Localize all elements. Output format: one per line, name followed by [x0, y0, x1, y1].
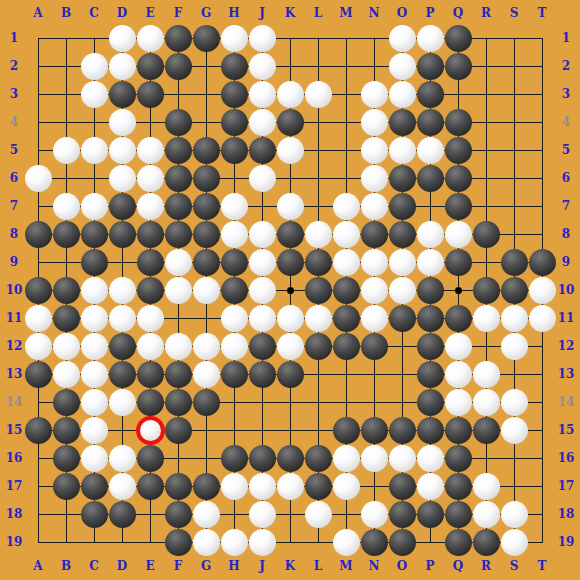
stone-black	[137, 221, 164, 248]
stone-white	[53, 137, 80, 164]
stone-white	[361, 165, 388, 192]
stone-black	[389, 165, 416, 192]
stone-black	[445, 25, 472, 52]
star-point	[287, 287, 294, 294]
stone-white	[305, 221, 332, 248]
stone-black	[165, 417, 192, 444]
stone-black	[249, 445, 276, 472]
stone-black	[417, 109, 444, 136]
stone-black	[389, 193, 416, 220]
stone-white	[445, 389, 472, 416]
stone-black	[53, 389, 80, 416]
stone-black	[221, 137, 248, 164]
row-label-right: 2	[555, 59, 577, 73]
stone-black	[445, 501, 472, 528]
stone-white	[389, 53, 416, 80]
stone-black	[221, 53, 248, 80]
stone-black	[137, 473, 164, 500]
col-label-top: J	[251, 6, 273, 20]
stone-white	[193, 333, 220, 360]
stone-white	[501, 389, 528, 416]
stone-black	[137, 277, 164, 304]
stone-white	[445, 361, 472, 388]
stone-white	[221, 333, 248, 360]
stone-white	[417, 473, 444, 500]
stone-white	[305, 81, 332, 108]
stone-white	[361, 249, 388, 276]
stone-black	[305, 277, 332, 304]
row-label-right: 18	[555, 507, 577, 521]
stone-black	[137, 389, 164, 416]
row-label-left: 5	[3, 143, 25, 157]
stone-white	[109, 53, 136, 80]
stone-black	[445, 193, 472, 220]
stone-white	[249, 501, 276, 528]
stone-black	[333, 417, 360, 444]
stone-black	[417, 277, 444, 304]
stone-black	[445, 417, 472, 444]
stone-white	[109, 109, 136, 136]
stone-white	[109, 445, 136, 472]
stone-black	[137, 445, 164, 472]
stone-white	[81, 361, 108, 388]
stone-white	[305, 501, 332, 528]
stone-black	[165, 109, 192, 136]
row-label-left: 9	[3, 255, 25, 269]
stone-white	[25, 305, 52, 332]
stone-white	[221, 305, 248, 332]
stone-black	[473, 417, 500, 444]
stone-white	[361, 305, 388, 332]
stone-black	[165, 221, 192, 248]
stone-black	[305, 249, 332, 276]
stone-white	[109, 389, 136, 416]
stone-white	[81, 417, 108, 444]
stone-white	[417, 221, 444, 248]
col-label-bottom: C	[83, 559, 105, 573]
stone-black	[165, 53, 192, 80]
stone-white	[333, 529, 360, 556]
stone-white	[81, 137, 108, 164]
stone-white	[389, 137, 416, 164]
stone-white	[109, 137, 136, 164]
stone-white	[277, 137, 304, 164]
stone-white	[333, 445, 360, 472]
stone-black	[445, 529, 472, 556]
stone-white	[333, 249, 360, 276]
stone-black	[277, 445, 304, 472]
row-label-right: 4	[555, 115, 577, 129]
stone-white	[501, 333, 528, 360]
stone-black	[193, 25, 220, 52]
col-label-bottom: N	[363, 559, 385, 573]
stone-white	[361, 501, 388, 528]
col-label-bottom: G	[195, 559, 217, 573]
row-label-right: 9	[555, 255, 577, 269]
stone-white	[53, 193, 80, 220]
row-label-left: 13	[3, 367, 25, 381]
stone-white	[137, 333, 164, 360]
stone-white	[361, 109, 388, 136]
stone-black	[333, 305, 360, 332]
col-label-bottom: S	[503, 559, 525, 573]
stone-black	[137, 81, 164, 108]
row-label-left: 1	[3, 31, 25, 45]
stone-black	[361, 417, 388, 444]
stone-white	[137, 137, 164, 164]
stone-black	[81, 221, 108, 248]
stone-black	[109, 193, 136, 220]
stone-white	[221, 473, 248, 500]
row-label-left: 7	[3, 199, 25, 213]
go-board[interactable]: AABBCCDDEEFFGGHHJJKKLLMMNNOOPPQQRRSSTT11…	[0, 0, 580, 580]
stone-black	[417, 305, 444, 332]
stone-black	[249, 361, 276, 388]
stone-white	[53, 333, 80, 360]
stone-black	[305, 333, 332, 360]
stone-white	[221, 25, 248, 52]
col-label-top: N	[363, 6, 385, 20]
stone-white	[221, 193, 248, 220]
stone-white	[193, 501, 220, 528]
row-label-right: 13	[555, 367, 577, 381]
stone-black	[137, 53, 164, 80]
stone-black	[417, 333, 444, 360]
stone-white	[81, 81, 108, 108]
stone-black	[249, 137, 276, 164]
stone-white	[473, 305, 500, 332]
stone-black	[165, 501, 192, 528]
col-label-top: Q	[447, 6, 469, 20]
stone-white	[249, 305, 276, 332]
stone-black	[221, 445, 248, 472]
row-label-left: 3	[3, 87, 25, 101]
row-label-left: 17	[3, 479, 25, 493]
col-label-top: O	[391, 6, 413, 20]
stone-white	[361, 277, 388, 304]
row-label-right: 14	[555, 395, 577, 409]
stone-black	[445, 109, 472, 136]
row-label-left: 4	[3, 115, 25, 129]
row-label-left: 11	[3, 311, 25, 325]
stone-white	[249, 109, 276, 136]
stone-black	[109, 361, 136, 388]
col-label-bottom: Q	[447, 559, 469, 573]
stone-black	[137, 361, 164, 388]
stone-white	[529, 277, 556, 304]
col-label-top: K	[279, 6, 301, 20]
col-label-bottom: O	[391, 559, 413, 573]
row-label-right: 5	[555, 143, 577, 157]
stone-white	[109, 277, 136, 304]
stone-black	[277, 249, 304, 276]
stone-black	[193, 165, 220, 192]
col-label-top: C	[83, 6, 105, 20]
stone-black	[193, 389, 220, 416]
stone-white	[249, 221, 276, 248]
stone-white	[81, 305, 108, 332]
stone-black	[333, 333, 360, 360]
stone-black	[53, 277, 80, 304]
col-label-top: B	[55, 6, 77, 20]
stone-white	[473, 473, 500, 500]
stone-white	[445, 221, 472, 248]
col-label-top: A	[27, 6, 49, 20]
stone-white	[193, 529, 220, 556]
stone-black	[389, 417, 416, 444]
stone-black	[473, 277, 500, 304]
stone-black	[417, 165, 444, 192]
stone-white	[501, 501, 528, 528]
stone-white	[221, 529, 248, 556]
stone-white	[165, 333, 192, 360]
stone-white	[333, 221, 360, 248]
stone-black	[445, 53, 472, 80]
stone-black	[277, 361, 304, 388]
stone-black	[221, 249, 248, 276]
stone-black	[389, 529, 416, 556]
col-label-bottom: D	[111, 559, 133, 573]
stone-white	[501, 417, 528, 444]
stone-white	[109, 165, 136, 192]
stone-black	[165, 193, 192, 220]
stone-white	[109, 305, 136, 332]
col-label-top: S	[503, 6, 525, 20]
stone-white	[445, 333, 472, 360]
stone-white	[333, 473, 360, 500]
stone-black	[221, 361, 248, 388]
stone-white	[361, 445, 388, 472]
stone-white-last-move	[136, 416, 165, 445]
stone-white	[417, 249, 444, 276]
stone-white	[165, 249, 192, 276]
stone-black	[389, 109, 416, 136]
stone-white	[249, 277, 276, 304]
stone-black	[473, 529, 500, 556]
stone-black	[53, 305, 80, 332]
row-label-right: 15	[555, 423, 577, 437]
stone-black	[333, 277, 360, 304]
stone-white	[137, 165, 164, 192]
stone-black	[221, 81, 248, 108]
stone-black	[277, 109, 304, 136]
stone-black	[305, 473, 332, 500]
stone-black	[53, 473, 80, 500]
col-label-top: P	[419, 6, 441, 20]
col-label-bottom: R	[475, 559, 497, 573]
stone-black	[137, 249, 164, 276]
stone-white	[81, 193, 108, 220]
stone-white	[137, 25, 164, 52]
stone-black	[165, 361, 192, 388]
stone-black	[221, 277, 248, 304]
stone-white	[249, 165, 276, 192]
stone-white	[417, 445, 444, 472]
stone-white	[389, 277, 416, 304]
stone-white	[249, 249, 276, 276]
star-point	[455, 287, 462, 294]
stone-white	[277, 473, 304, 500]
stone-black	[81, 501, 108, 528]
stone-white	[473, 501, 500, 528]
stone-black	[193, 221, 220, 248]
stone-black	[53, 417, 80, 444]
stone-black	[25, 221, 52, 248]
stone-black	[81, 473, 108, 500]
row-label-right: 11	[555, 311, 577, 325]
stone-white	[473, 361, 500, 388]
row-label-left: 19	[3, 535, 25, 549]
stone-black	[417, 501, 444, 528]
stone-white	[305, 305, 332, 332]
col-label-top: T	[531, 6, 553, 20]
stone-black	[81, 249, 108, 276]
row-label-right: 6	[555, 171, 577, 185]
stone-black	[417, 81, 444, 108]
stone-black	[445, 445, 472, 472]
stone-black	[53, 445, 80, 472]
stone-black	[193, 249, 220, 276]
stone-black	[445, 473, 472, 500]
row-label-right: 8	[555, 227, 577, 241]
stone-black	[165, 389, 192, 416]
stone-white	[417, 25, 444, 52]
stone-black	[501, 249, 528, 276]
col-label-bottom: H	[223, 559, 245, 573]
row-label-left: 10	[3, 283, 25, 297]
stone-white	[277, 333, 304, 360]
stone-white	[25, 333, 52, 360]
row-label-left: 14	[3, 395, 25, 409]
col-label-bottom: J	[251, 559, 273, 573]
stone-white	[333, 193, 360, 220]
stone-black	[445, 137, 472, 164]
col-label-bottom: T	[531, 559, 553, 573]
row-label-left: 16	[3, 451, 25, 465]
stone-white	[529, 305, 556, 332]
stone-white	[81, 333, 108, 360]
row-label-right: 16	[555, 451, 577, 465]
stone-black	[165, 165, 192, 192]
stone-white	[277, 305, 304, 332]
stone-white	[389, 25, 416, 52]
stone-black	[193, 193, 220, 220]
stone-white	[25, 165, 52, 192]
stone-black	[277, 221, 304, 248]
stone-white	[81, 53, 108, 80]
row-label-left: 2	[3, 59, 25, 73]
col-label-top: G	[195, 6, 217, 20]
stone-white	[137, 193, 164, 220]
stone-black	[165, 137, 192, 164]
stone-black	[165, 529, 192, 556]
stone-black	[305, 445, 332, 472]
stone-white	[81, 277, 108, 304]
row-label-left: 15	[3, 423, 25, 437]
stone-white	[53, 361, 80, 388]
col-label-bottom: A	[27, 559, 49, 573]
stone-black	[445, 165, 472, 192]
col-label-top: E	[139, 6, 161, 20]
stone-black	[193, 137, 220, 164]
stone-white	[81, 389, 108, 416]
stone-black	[25, 417, 52, 444]
stone-black	[417, 361, 444, 388]
stone-black	[417, 417, 444, 444]
stone-black	[249, 333, 276, 360]
stone-black	[389, 473, 416, 500]
stone-white	[137, 305, 164, 332]
stone-white	[165, 277, 192, 304]
stone-black	[25, 361, 52, 388]
stone-white	[501, 529, 528, 556]
stone-black	[109, 221, 136, 248]
col-label-top: L	[307, 6, 329, 20]
stone-white	[193, 361, 220, 388]
stone-white	[249, 473, 276, 500]
col-label-bottom: M	[335, 559, 357, 573]
stone-white	[501, 305, 528, 332]
stone-black	[473, 221, 500, 248]
stone-black	[361, 221, 388, 248]
stone-black	[417, 53, 444, 80]
stone-white	[473, 389, 500, 416]
stone-black	[389, 305, 416, 332]
stone-white	[221, 221, 248, 248]
row-label-right: 10	[555, 283, 577, 297]
stone-black	[109, 501, 136, 528]
col-label-bottom: L	[307, 559, 329, 573]
stone-white	[389, 81, 416, 108]
stone-black	[53, 221, 80, 248]
stone-black	[193, 473, 220, 500]
stone-white	[389, 445, 416, 472]
col-label-bottom: K	[279, 559, 301, 573]
stone-black	[361, 333, 388, 360]
stone-black	[445, 249, 472, 276]
stone-white	[361, 81, 388, 108]
stone-black	[501, 277, 528, 304]
row-label-right: 1	[555, 31, 577, 45]
row-label-left: 12	[3, 339, 25, 353]
stone-white	[81, 445, 108, 472]
stone-black	[445, 305, 472, 332]
stone-white	[277, 81, 304, 108]
stone-white	[249, 529, 276, 556]
stone-white	[277, 193, 304, 220]
col-label-top: F	[167, 6, 189, 20]
col-label-top: R	[475, 6, 497, 20]
row-label-right: 12	[555, 339, 577, 353]
stone-white	[193, 277, 220, 304]
stone-black	[165, 473, 192, 500]
stone-white	[249, 81, 276, 108]
row-label-right: 17	[555, 479, 577, 493]
col-label-bottom: E	[139, 559, 161, 573]
col-label-bottom: F	[167, 559, 189, 573]
stone-white	[361, 193, 388, 220]
stone-white	[361, 137, 388, 164]
stone-white	[109, 25, 136, 52]
col-label-top: D	[111, 6, 133, 20]
row-label-right: 3	[555, 87, 577, 101]
stone-white	[389, 249, 416, 276]
row-label-right: 7	[555, 199, 577, 213]
row-label-right: 19	[555, 535, 577, 549]
stone-black	[165, 25, 192, 52]
stone-black	[529, 249, 556, 276]
row-label-left: 6	[3, 171, 25, 185]
